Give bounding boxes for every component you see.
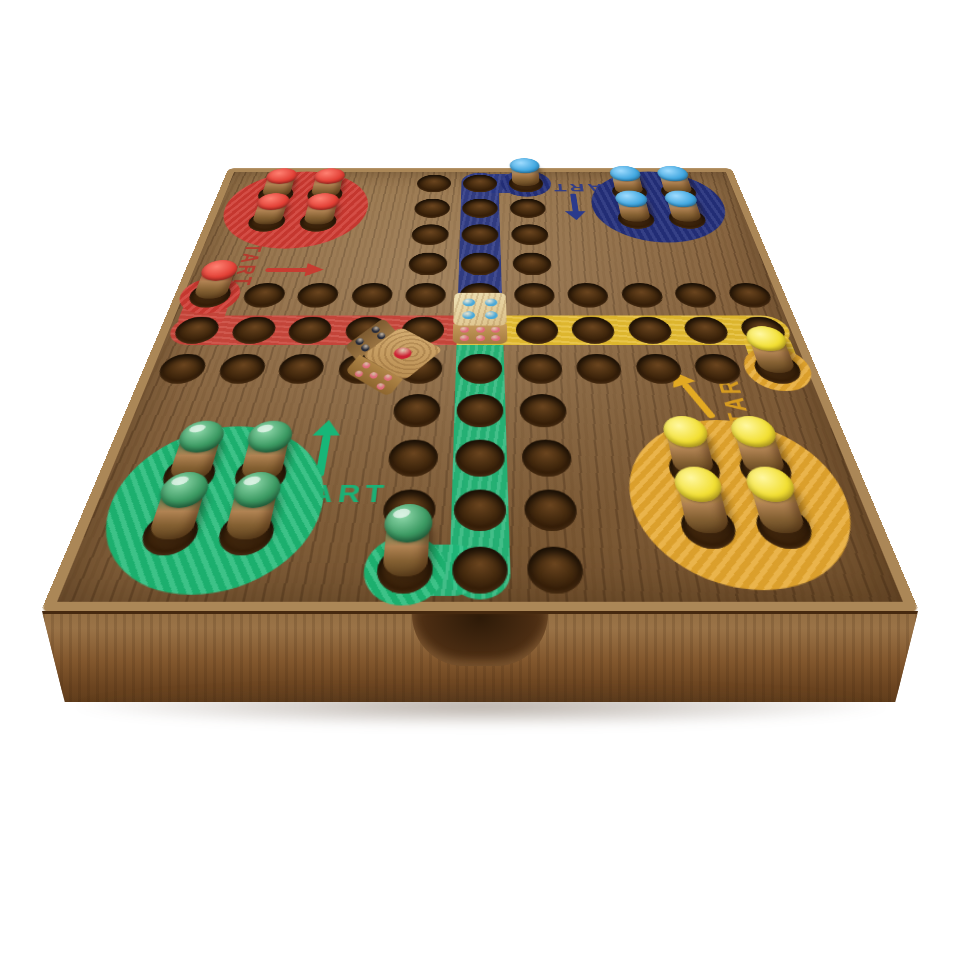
board-hole: [276, 354, 327, 384]
die-pip: [460, 327, 469, 333]
board-hole: [295, 283, 341, 308]
die-pip: [462, 298, 475, 306]
board-hole: [215, 354, 268, 384]
center-die-top-face: [453, 293, 507, 326]
board-hole: [405, 283, 447, 308]
board-hole: [575, 354, 624, 384]
die-pip: [462, 311, 475, 319]
board-hole: [408, 253, 448, 275]
die-pip: [383, 373, 394, 382]
die-pip: [460, 335, 469, 341]
ludo-board: START START START START: [40, 168, 920, 612]
blue-peg-top: [509, 158, 540, 173]
die-pip: [475, 327, 484, 333]
board-hole: [512, 253, 552, 275]
die-pip: [485, 311, 498, 319]
die-pip: [361, 361, 372, 370]
board-hole: [417, 175, 452, 193]
board-hole: [511, 225, 549, 246]
board-hole: [452, 546, 509, 593]
board-hole: [519, 394, 568, 427]
board-hole: [513, 283, 555, 308]
die-pip: [376, 381, 387, 390]
ground-shadow: [66, 688, 896, 728]
board-hole: [619, 283, 665, 308]
board-hole: [411, 225, 449, 246]
board-hole: [458, 354, 503, 384]
board-hole: [523, 490, 578, 531]
board-hole: [509, 199, 546, 218]
center-die-front-face: [453, 324, 508, 343]
board-hole: [726, 283, 775, 308]
board-hole: [566, 283, 610, 308]
board-hole: [461, 253, 500, 275]
die-pip: [368, 371, 379, 380]
board-hole: [633, 354, 684, 384]
board-hole: [155, 354, 210, 384]
board-hole: [462, 199, 498, 218]
board-hole: [521, 439, 573, 476]
finger-notch: [412, 614, 548, 666]
board-hole: [517, 354, 563, 384]
board-scene: START START START START: [160, 10, 800, 650]
board-hole: [455, 439, 505, 476]
board-hole: [392, 394, 441, 427]
board-hole: [387, 439, 439, 476]
die-pip: [491, 335, 500, 341]
board-hole: [414, 199, 451, 218]
board-hole: [526, 546, 585, 593]
board-hole: [692, 354, 745, 384]
die-pip: [485, 298, 498, 306]
board-hole: [350, 283, 394, 308]
board-hole: [672, 283, 719, 308]
die-pip: [390, 345, 415, 361]
die-pip: [491, 327, 500, 333]
product-photo-stage: START START START START: [0, 0, 960, 960]
die-pip: [354, 369, 365, 378]
die-pip: [475, 335, 484, 341]
